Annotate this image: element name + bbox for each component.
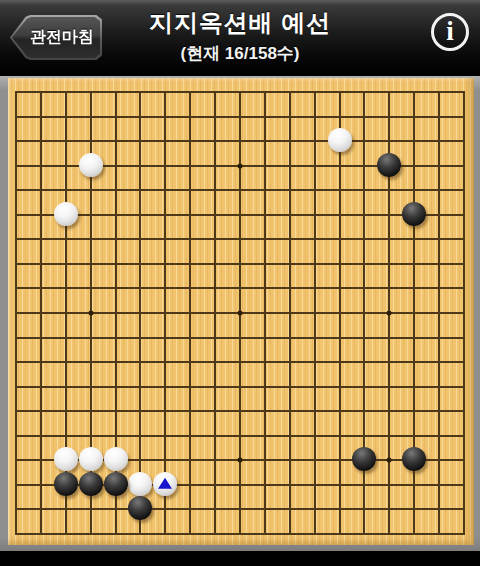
stone-white-G3 xyxy=(153,472,177,496)
grid-line-horizontal xyxy=(15,435,465,437)
stone-black-Q16 xyxy=(377,153,401,177)
info-button[interactable]: i xyxy=(431,13,469,51)
grid-line-horizontal xyxy=(15,410,465,412)
star-point xyxy=(387,311,392,316)
stone-black-R4 xyxy=(402,447,426,471)
star-point xyxy=(387,458,392,463)
grid-line-vertical xyxy=(438,92,440,535)
stone-white-F3 xyxy=(128,472,152,496)
stone-white-D16 xyxy=(79,153,103,177)
star-point xyxy=(238,458,243,463)
stone-black-F2 xyxy=(128,496,152,520)
stone-black-P4 xyxy=(352,447,376,471)
star-point xyxy=(238,311,243,316)
stone-white-O17 xyxy=(328,128,352,152)
stone-white-C14 xyxy=(54,202,78,226)
stone-white-E4 xyxy=(104,447,128,471)
go-board-grid xyxy=(16,92,464,534)
stone-black-R14 xyxy=(402,202,426,226)
grid-line-vertical xyxy=(314,92,316,535)
star-point xyxy=(238,163,243,168)
stone-black-C3 xyxy=(54,472,78,496)
last-move-triangle-icon xyxy=(158,478,172,489)
grid-line-vertical xyxy=(289,92,291,535)
grid-line-vertical xyxy=(264,92,266,535)
goban-wood xyxy=(8,78,474,545)
page-title: 지지옥션배 예선 xyxy=(0,7,480,39)
grid-line-vertical xyxy=(463,92,465,535)
stone-white-C4 xyxy=(54,447,78,471)
stone-black-D3 xyxy=(79,472,103,496)
stone-black-E3 xyxy=(104,472,128,496)
info-icon: i xyxy=(446,18,454,45)
grid-line-vertical xyxy=(339,92,341,535)
grid-line-horizontal xyxy=(15,337,465,339)
grid-line-horizontal xyxy=(15,533,465,535)
header-bar: 관전마침 지지옥션배 예선 (현재 16/158수) i xyxy=(0,0,480,76)
board-frame xyxy=(0,76,480,551)
star-point xyxy=(88,311,93,316)
go-spectator-app: 관전마침 지지옥션배 예선 (현재 16/158수) i xyxy=(0,0,480,566)
stone-white-D4 xyxy=(79,447,103,471)
grid-line-horizontal xyxy=(15,508,465,510)
bottom-bar xyxy=(0,551,480,566)
move-counter: (현재 16/158수) xyxy=(0,42,480,65)
grid-line-horizontal xyxy=(15,361,465,363)
grid-line-horizontal xyxy=(15,386,465,388)
